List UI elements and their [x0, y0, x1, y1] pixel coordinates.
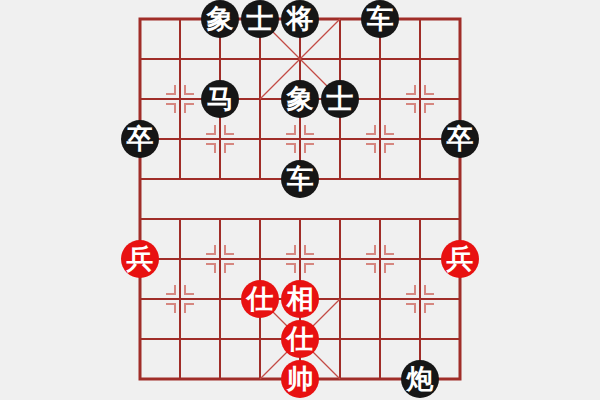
- piece-red-soldier[interactable]: 兵: [440, 239, 480, 279]
- piece-red-general[interactable]: 帅: [280, 359, 320, 399]
- black-general-glyph: 将: [281, 0, 319, 38]
- black-chariot-glyph: 车: [281, 160, 319, 198]
- piece-black-horse[interactable]: 马: [200, 79, 240, 119]
- piece-black-elephant[interactable]: 象: [200, 0, 240, 39]
- black-chariot-glyph: 车: [361, 0, 399, 38]
- red-soldier-glyph: 兵: [441, 240, 479, 278]
- piece-black-chariot[interactable]: 车: [360, 0, 400, 39]
- piece-black-elephant[interactable]: 象: [280, 79, 320, 119]
- black-cannon-glyph: 炮: [401, 360, 439, 398]
- black-soldier-glyph: 卒: [441, 120, 479, 158]
- red-advisor-glyph: 仕: [281, 320, 319, 358]
- piece-black-cannon[interactable]: 炮: [400, 359, 440, 399]
- black-elephant-glyph: 象: [201, 0, 239, 38]
- piece-red-elephant[interactable]: 相: [280, 279, 320, 319]
- piece-black-general[interactable]: 将: [280, 0, 320, 39]
- piece-black-chariot[interactable]: 车: [280, 159, 320, 199]
- black-advisor-glyph: 士: [241, 0, 279, 38]
- red-general-glyph: 帅: [281, 360, 319, 398]
- red-elephant-glyph: 相: [281, 280, 319, 318]
- black-soldier-glyph: 卒: [121, 120, 159, 158]
- xiangqi-board[interactable]: 象士将车马象士卒卒车兵兵仕相仕帅炮: [120, 0, 480, 399]
- xiangqi-screen: 象士将车马象士卒卒车兵兵仕相仕帅炮: [0, 0, 600, 400]
- piece-red-soldier[interactable]: 兵: [120, 239, 160, 279]
- red-soldier-glyph: 兵: [121, 240, 159, 278]
- piece-red-advisor[interactable]: 仕: [240, 279, 280, 319]
- piece-black-advisor[interactable]: 士: [240, 0, 280, 39]
- piece-black-advisor[interactable]: 士: [320, 79, 360, 119]
- black-elephant-glyph: 象: [281, 80, 319, 118]
- black-advisor-glyph: 士: [321, 80, 359, 118]
- piece-black-soldier[interactable]: 卒: [120, 119, 160, 159]
- red-advisor-glyph: 仕: [241, 280, 279, 318]
- piece-red-advisor[interactable]: 仕: [280, 319, 320, 359]
- piece-black-soldier[interactable]: 卒: [440, 119, 480, 159]
- black-horse-glyph: 马: [201, 80, 239, 118]
